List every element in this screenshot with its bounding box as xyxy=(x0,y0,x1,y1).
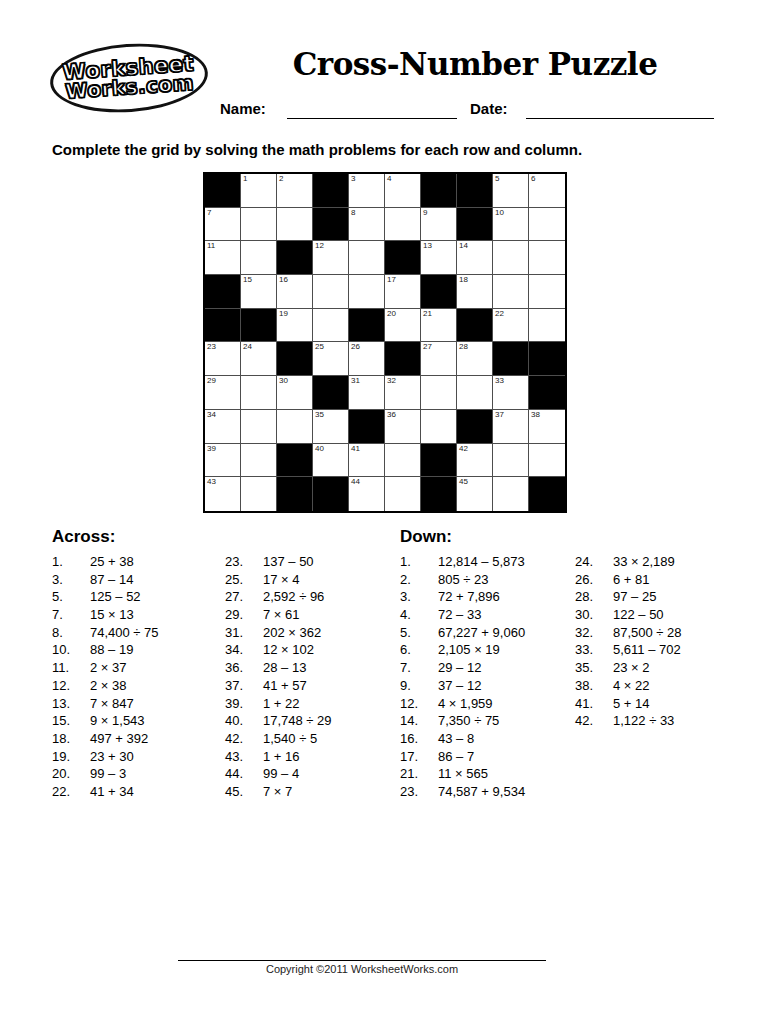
clue-number-label: 12. xyxy=(400,696,438,711)
grid-cell-white[interactable] xyxy=(241,376,277,410)
cell-clue-number: 24 xyxy=(243,343,252,351)
grid-cell-white[interactable]: 11 xyxy=(205,241,241,275)
cell-clue-number: 25 xyxy=(315,343,324,351)
clue-number-label: 39. xyxy=(225,696,263,711)
grid-cell-white[interactable] xyxy=(385,477,421,511)
cell-clue-number: 14 xyxy=(459,242,468,250)
cell-clue-number: 32 xyxy=(387,377,396,385)
grid-cell-white[interactable]: 3 xyxy=(349,174,385,208)
clue-problem-text: 72 – 33 xyxy=(438,607,481,622)
clue-problem-text: 23 × 2 xyxy=(613,660,650,675)
clue-number-label: 13. xyxy=(52,696,90,711)
copyright-text: Copyright ©2011 WorksheetWorks.com xyxy=(178,963,546,975)
clue-problem-text: 805 ÷ 23 xyxy=(438,572,489,587)
clue-number-label: 44. xyxy=(225,766,263,781)
clue-number-label: 17. xyxy=(400,749,438,764)
grid-cell-white[interactable]: 2 xyxy=(277,174,313,208)
clue-number-label: 29. xyxy=(225,607,263,622)
clue-number-label: 36. xyxy=(225,660,263,675)
grid-cell-white[interactable]: 14 xyxy=(457,241,493,275)
grid-cell-black xyxy=(313,477,349,511)
clue-problem-text: 37 – 12 xyxy=(438,678,481,693)
grid-cell-white[interactable]: 37 xyxy=(493,410,529,444)
grid-cell-black xyxy=(313,208,349,242)
grid-cell-black xyxy=(277,241,313,275)
clue-problem-text: 7 × 61 xyxy=(263,607,300,622)
grid-cell-white[interactable] xyxy=(241,410,277,444)
grid-cell-black xyxy=(421,174,457,208)
grid-cell-white[interactable]: 16 xyxy=(277,275,313,309)
down-clues-column-1: 1.12,814 – 5,8732.805 ÷ 233.72 + 7,8964.… xyxy=(400,554,572,802)
down-clue-item: 38.4 × 22 xyxy=(575,678,735,696)
grid-cell-black xyxy=(385,342,421,376)
grid-cell-white[interactable]: 15 xyxy=(241,275,277,309)
cell-clue-number: 31 xyxy=(351,377,360,385)
clue-number-label: 45. xyxy=(225,784,263,799)
down-clue-item: 24.33 × 2,189 xyxy=(575,554,735,572)
date-label: Date: xyxy=(470,100,508,117)
cell-clue-number: 40 xyxy=(315,445,324,453)
clue-number-label: 28. xyxy=(575,589,613,604)
grid-cell-white[interactable]: 30 xyxy=(277,376,313,410)
cell-clue-number: 13 xyxy=(423,242,432,250)
grid-cell-white[interactable] xyxy=(241,208,277,242)
down-header: Down: xyxy=(400,527,452,547)
grid-cell-white[interactable]: 24 xyxy=(241,342,277,376)
grid-cell-white[interactable]: 27 xyxy=(421,342,457,376)
clue-problem-text: 43 – 8 xyxy=(438,731,474,746)
grid-cell-white[interactable]: 31 xyxy=(349,376,385,410)
across-clue-item: 27.2,592 ÷ 96 xyxy=(225,589,395,607)
across-clues-column-1: 1.25 + 383.87 – 145.125 – 527.15 × 138.7… xyxy=(52,554,222,802)
grid-cell-white[interactable] xyxy=(493,241,529,275)
across-clue-item: 20.99 – 3 xyxy=(52,766,222,784)
down-clue-item: 33.5,611 – 702 xyxy=(575,642,735,660)
across-header: Across: xyxy=(52,527,115,547)
cell-clue-number: 41 xyxy=(351,445,360,453)
cell-clue-number: 9 xyxy=(423,209,427,217)
clue-problem-text: 11 × 565 xyxy=(438,766,488,781)
clue-number-label: 10. xyxy=(52,642,90,657)
clue-number-label: 16. xyxy=(400,731,438,746)
grid-cell-white[interactable]: 34 xyxy=(205,410,241,444)
grid-cell-white[interactable]: 12 xyxy=(313,241,349,275)
clue-number-label: 3. xyxy=(52,572,90,587)
worksheetworks-logo: Worksheet Works.com xyxy=(48,39,210,118)
cell-clue-number: 8 xyxy=(351,209,355,217)
grid-cell-black xyxy=(529,376,565,410)
cell-clue-number: 10 xyxy=(495,209,504,217)
grid-cell-white[interactable] xyxy=(385,208,421,242)
clue-number-label: 3. xyxy=(400,589,438,604)
grid-cell-white[interactable]: 45 xyxy=(457,477,493,511)
puzzle-grid: 1234567891011121314151617181920212223242… xyxy=(203,172,567,513)
clue-problem-text: 5 + 14 xyxy=(613,696,650,711)
clue-number-label: 24. xyxy=(575,554,613,569)
clue-problem-text: 1 + 16 xyxy=(263,749,300,764)
clue-number-label: 7. xyxy=(52,607,90,622)
grid-cell-white[interactable]: 1 xyxy=(241,174,277,208)
cell-clue-number: 11 xyxy=(207,242,215,250)
clue-problem-text: 9 × 1,543 xyxy=(90,713,145,728)
grid-cell-black xyxy=(205,309,241,343)
clue-number-label: 42. xyxy=(575,713,613,728)
cell-clue-number: 1 xyxy=(243,175,247,183)
clue-problem-text: 2 × 38 xyxy=(90,678,127,693)
down-clue-item: 14.7,350 ÷ 75 xyxy=(400,713,572,731)
grid-cell-white[interactable]: 22 xyxy=(493,309,529,343)
clue-number-label: 20. xyxy=(52,766,90,781)
cell-clue-number: 16 xyxy=(279,276,288,284)
grid-cell-white[interactable] xyxy=(493,275,529,309)
grid-cell-white[interactable]: 21 xyxy=(421,309,457,343)
grid-cell-black xyxy=(529,477,565,511)
clue-number-label: 4. xyxy=(400,607,438,622)
clue-number-label: 14. xyxy=(400,713,438,728)
down-clue-item: 16.43 – 8 xyxy=(400,731,572,749)
grid-cell-white[interactable]: 32 xyxy=(385,376,421,410)
clue-number-label: 33. xyxy=(575,642,613,657)
down-clue-item: 35.23 × 2 xyxy=(575,660,735,678)
grid-cell-white[interactable] xyxy=(421,376,457,410)
grid-cell-white[interactable]: 29 xyxy=(205,376,241,410)
grid-cell-black xyxy=(457,208,493,242)
clue-problem-text: 5,611 – 702 xyxy=(613,642,681,657)
clue-problem-text: 74,587 + 9,534 xyxy=(438,784,525,799)
across-clue-item: 1.25 + 38 xyxy=(52,554,222,572)
across-clue-item: 3.87 – 14 xyxy=(52,572,222,590)
grid-cell-white[interactable]: 9 xyxy=(421,208,457,242)
grid-cell-black xyxy=(277,342,313,376)
grid-cell-white[interactable] xyxy=(241,477,277,511)
clue-problem-text: 1,540 ÷ 5 xyxy=(263,731,317,746)
name-blank-line[interactable] xyxy=(287,118,457,119)
clue-problem-text: 72 + 7,896 xyxy=(438,589,500,604)
clue-number-label: 32. xyxy=(575,625,613,640)
across-clue-item: 11.2 × 37 xyxy=(52,660,222,678)
cell-clue-number: 35 xyxy=(315,411,324,419)
across-clue-item: 18.497 + 392 xyxy=(52,731,222,749)
clue-number-label: 19. xyxy=(52,749,90,764)
grid-cell-white[interactable] xyxy=(385,444,421,478)
grid-cell-white[interactable] xyxy=(241,241,277,275)
date-blank-line[interactable] xyxy=(526,118,714,119)
grid-cell-white[interactable] xyxy=(493,444,529,478)
cell-clue-number: 33 xyxy=(495,377,504,385)
clue-number-label: 1. xyxy=(400,554,438,569)
grid-cell-white[interactable] xyxy=(529,444,565,478)
grid-cell-black xyxy=(277,477,313,511)
clue-problem-text: 4 × 1,959 xyxy=(438,696,493,711)
grid-cell-white[interactable]: 4 xyxy=(385,174,421,208)
across-clue-item: 37.41 + 57 xyxy=(225,678,395,696)
cell-clue-number: 18 xyxy=(459,276,468,284)
grid-cell-black xyxy=(457,309,493,343)
grid-cell-black xyxy=(385,241,421,275)
cell-clue-number: 15 xyxy=(243,276,252,284)
grid-cell-black xyxy=(205,275,241,309)
cell-clue-number: 21 xyxy=(423,310,432,318)
clue-problem-text: 86 – 7 xyxy=(438,749,474,764)
cell-clue-number: 30 xyxy=(279,377,288,385)
cell-clue-number: 43 xyxy=(207,478,216,486)
clue-problem-text: 17 × 4 xyxy=(263,572,300,587)
grid-cell-black xyxy=(421,444,457,478)
grid-cell-white[interactable]: 35 xyxy=(313,410,349,444)
across-clue-item: 40.17,748 ÷ 29 xyxy=(225,713,395,731)
clue-number-label: 1. xyxy=(52,554,90,569)
down-clue-item: 1.12,814 – 5,873 xyxy=(400,554,572,572)
grid-cell-white[interactable] xyxy=(313,309,349,343)
clue-number-label: 21. xyxy=(400,766,438,781)
grid-cell-white[interactable]: 28 xyxy=(457,342,493,376)
clue-problem-text: 7,350 ÷ 75 xyxy=(438,713,499,728)
grid-cell-white[interactable]: 19 xyxy=(277,309,313,343)
grid-cell-white[interactable]: 5 xyxy=(493,174,529,208)
down-clue-item: 5.67,227 + 9,060 xyxy=(400,625,572,643)
grid-cell-white[interactable]: 6 xyxy=(529,174,565,208)
page-title: Cross-Number Puzzle xyxy=(235,46,715,82)
cell-clue-number: 38 xyxy=(531,411,540,419)
grid-cell-white[interactable]: 33 xyxy=(493,376,529,410)
clue-number-label: 7. xyxy=(400,660,438,675)
grid-cell-white[interactable] xyxy=(349,275,385,309)
clue-number-label: 23. xyxy=(225,554,263,569)
cell-clue-number: 28 xyxy=(459,343,468,351)
worksheet-page: Worksheet Works.com Cross-Number Puzzle … xyxy=(0,0,768,1024)
grid-cell-white[interactable]: 39 xyxy=(205,444,241,478)
cell-clue-number: 19 xyxy=(279,310,288,318)
footer-divider xyxy=(178,960,546,961)
down-clue-item: 7.29 – 12 xyxy=(400,660,572,678)
across-clue-item: 31.202 × 362 xyxy=(225,625,395,643)
clue-problem-text: 1,122 ÷ 33 xyxy=(613,713,674,728)
cell-clue-number: 45 xyxy=(459,478,468,486)
grid-cell-white[interactable]: 36 xyxy=(385,410,421,444)
across-clue-item: 22.41 + 34 xyxy=(52,784,222,802)
cell-clue-number: 6 xyxy=(531,175,535,183)
clue-number-label: 18. xyxy=(52,731,90,746)
grid-cell-white[interactable] xyxy=(529,241,565,275)
grid-cell-white[interactable]: 17 xyxy=(385,275,421,309)
across-clue-item: 13.7 × 847 xyxy=(52,696,222,714)
across-clue-item: 39.1 + 22 xyxy=(225,696,395,714)
down-clues-column-2: 24.33 × 2,18926.6 + 8128.97 – 2530.122 –… xyxy=(575,554,735,731)
across-clue-item: 43.1 + 16 xyxy=(225,749,395,767)
grid-cell-white[interactable]: 42 xyxy=(457,444,493,478)
clue-problem-text: 2,592 ÷ 96 xyxy=(263,589,324,604)
cell-clue-number: 44 xyxy=(351,478,360,486)
down-clue-item: 42.1,122 ÷ 33 xyxy=(575,713,735,731)
cell-clue-number: 4 xyxy=(387,175,391,183)
grid-cell-black xyxy=(529,342,565,376)
grid-cell-black xyxy=(421,477,457,511)
cell-clue-number: 17 xyxy=(387,276,396,284)
down-clue-item: 32.87,500 ÷ 28 xyxy=(575,625,735,643)
across-clue-item: 29.7 × 61 xyxy=(225,607,395,625)
name-label: Name: xyxy=(220,100,266,117)
grid-cell-white[interactable]: 25 xyxy=(313,342,349,376)
clue-number-label: 26. xyxy=(575,572,613,587)
clue-number-label: 38. xyxy=(575,678,613,693)
clue-number-label: 12. xyxy=(52,678,90,693)
clue-number-label: 35. xyxy=(575,660,613,675)
grid-cell-white[interactable]: 20 xyxy=(385,309,421,343)
clue-number-label: 2. xyxy=(400,572,438,587)
cell-clue-number: 3 xyxy=(351,175,355,183)
grid-cell-white[interactable] xyxy=(529,275,565,309)
grid-cell-white[interactable] xyxy=(529,309,565,343)
grid-cell-black xyxy=(313,376,349,410)
clue-number-label: 43. xyxy=(225,749,263,764)
cell-clue-number: 36 xyxy=(387,411,396,419)
down-clue-item: 2.805 ÷ 23 xyxy=(400,572,572,590)
across-clue-item: 15.9 × 1,543 xyxy=(52,713,222,731)
grid-cell-black xyxy=(277,444,313,478)
grid-cell-black xyxy=(313,174,349,208)
across-clue-item: 34.12 × 102 xyxy=(225,642,395,660)
grid-cell-white[interactable] xyxy=(493,477,529,511)
grid-cell-white[interactable] xyxy=(241,444,277,478)
cell-clue-number: 27 xyxy=(423,343,432,351)
clue-number-label: 31. xyxy=(225,625,263,640)
down-clue-item: 26.6 + 81 xyxy=(575,572,735,590)
cell-clue-number: 12 xyxy=(315,242,324,250)
clue-problem-text: 125 – 52 xyxy=(90,589,141,604)
clue-problem-text: 41 + 57 xyxy=(263,678,307,693)
grid-cell-white[interactable] xyxy=(421,410,457,444)
grid-cell-white[interactable]: 40 xyxy=(313,444,349,478)
clue-number-label: 8. xyxy=(52,625,90,640)
cell-clue-number: 37 xyxy=(495,411,504,419)
clue-number-label: 25. xyxy=(225,572,263,587)
grid-cell-white[interactable]: 18 xyxy=(457,275,493,309)
down-clue-item: 41.5 + 14 xyxy=(575,696,735,714)
grid-cell-black xyxy=(205,174,241,208)
grid-cell-black xyxy=(349,309,385,343)
across-clue-item: 7.15 × 13 xyxy=(52,607,222,625)
clue-problem-text: 17,748 ÷ 29 xyxy=(263,713,332,728)
grid-cell-white[interactable] xyxy=(457,376,493,410)
cell-clue-number: 5 xyxy=(495,175,499,183)
clue-problem-text: 28 – 13 xyxy=(263,660,306,675)
clue-problem-text: 87 – 14 xyxy=(90,572,133,587)
across-clue-item: 42.1,540 ÷ 5 xyxy=(225,731,395,749)
clue-number-label: 11. xyxy=(52,660,90,675)
clue-problem-text: 41 + 34 xyxy=(90,784,134,799)
cell-clue-number: 2 xyxy=(279,175,283,183)
clue-number-label: 27. xyxy=(225,589,263,604)
clue-problem-text: 7 × 7 xyxy=(263,784,292,799)
clue-problem-text: 137 – 50 xyxy=(263,554,314,569)
cell-clue-number: 34 xyxy=(207,411,216,419)
clue-problem-text: 12 × 102 xyxy=(263,642,314,657)
down-clue-item: 17.86 – 7 xyxy=(400,749,572,767)
clue-problem-text: 15 × 13 xyxy=(90,607,134,622)
clue-number-label: 41. xyxy=(575,696,613,711)
clue-number-label: 42. xyxy=(225,731,263,746)
grid-cell-white[interactable]: 10 xyxy=(493,208,529,242)
across-clue-item: 44.99 – 4 xyxy=(225,766,395,784)
clue-number-label: 37. xyxy=(225,678,263,693)
clue-number-label: 6. xyxy=(400,642,438,657)
clue-problem-text: 122 – 50 xyxy=(613,607,664,622)
clue-problem-text: 202 × 362 xyxy=(263,625,321,640)
grid-cell-white[interactable] xyxy=(277,410,313,444)
clue-number-label: 9. xyxy=(400,678,438,693)
clue-problem-text: 67,227 + 9,060 xyxy=(438,625,525,640)
down-clue-item: 21.11 × 565 xyxy=(400,766,572,784)
grid-cell-white[interactable]: 43 xyxy=(205,477,241,511)
clue-problem-text: 99 – 4 xyxy=(263,766,299,781)
across-clue-item: 36.28 – 13 xyxy=(225,660,395,678)
grid-cell-white[interactable]: 7 xyxy=(205,208,241,242)
cell-clue-number: 42 xyxy=(459,445,468,453)
clue-problem-text: 25 + 38 xyxy=(90,554,134,569)
clue-problem-text: 1 + 22 xyxy=(263,696,300,711)
across-clue-item: 12.2 × 38 xyxy=(52,678,222,696)
clue-problem-text: 74,400 ÷ 75 xyxy=(90,625,159,640)
grid-cell-white[interactable] xyxy=(313,275,349,309)
grid-cell-white[interactable]: 23 xyxy=(205,342,241,376)
cell-clue-number: 39 xyxy=(207,445,216,453)
clue-problem-text: 97 – 25 xyxy=(613,589,656,604)
clue-problem-text: 6 + 81 xyxy=(613,572,650,587)
down-clue-item: 4.72 – 33 xyxy=(400,607,572,625)
down-clue-item: 6.2,105 × 19 xyxy=(400,642,572,660)
clue-problem-text: 12,814 – 5,873 xyxy=(438,554,525,569)
down-clue-item: 12.4 × 1,959 xyxy=(400,696,572,714)
across-clue-item: 5.125 – 52 xyxy=(52,589,222,607)
clue-number-label: 34. xyxy=(225,642,263,657)
down-clue-item: 3.72 + 7,896 xyxy=(400,589,572,607)
clue-number-label: 23. xyxy=(400,784,438,799)
grid-cell-white[interactable]: 26 xyxy=(349,342,385,376)
grid-cell-black xyxy=(493,342,529,376)
grid-cell-white[interactable]: 38 xyxy=(529,410,565,444)
clue-problem-text: 99 – 3 xyxy=(90,766,126,781)
across-clue-item: 19.23 + 30 xyxy=(52,749,222,767)
across-clue-item: 23.137 – 50 xyxy=(225,554,395,572)
grid-cell-white[interactable]: 41 xyxy=(349,444,385,478)
clue-number-label: 40. xyxy=(225,713,263,728)
clue-problem-text: 33 × 2,189 xyxy=(613,554,675,569)
clue-problem-text: 2,105 × 19 xyxy=(438,642,500,657)
grid-cell-white[interactable] xyxy=(277,208,313,242)
clue-number-label: 22. xyxy=(52,784,90,799)
across-clue-item: 25.17 × 4 xyxy=(225,572,395,590)
down-clue-item: 23.74,587 + 9,534 xyxy=(400,784,572,802)
grid-cell-white[interactable]: 13 xyxy=(421,241,457,275)
cell-clue-number: 7 xyxy=(207,209,211,217)
clue-problem-text: 497 + 392 xyxy=(90,731,148,746)
clue-problem-text: 88 – 19 xyxy=(90,642,133,657)
logo-text-line2: Works.com xyxy=(65,74,195,101)
across-clue-item: 45.7 × 7 xyxy=(225,784,395,802)
clue-problem-text: 23 + 30 xyxy=(90,749,134,764)
grid-cell-black xyxy=(457,174,493,208)
clue-number-label: 5. xyxy=(52,589,90,604)
grid-cell-white[interactable]: 8 xyxy=(349,208,385,242)
grid-cell-white[interactable] xyxy=(349,241,385,275)
grid-cell-black xyxy=(421,275,457,309)
across-clue-item: 10.88 – 19 xyxy=(52,642,222,660)
grid-cell-black xyxy=(349,410,385,444)
grid-cell-white[interactable] xyxy=(529,208,565,242)
clue-number-label: 30. xyxy=(575,607,613,622)
cell-clue-number: 26 xyxy=(351,343,360,351)
grid-cell-white[interactable]: 44 xyxy=(349,477,385,511)
